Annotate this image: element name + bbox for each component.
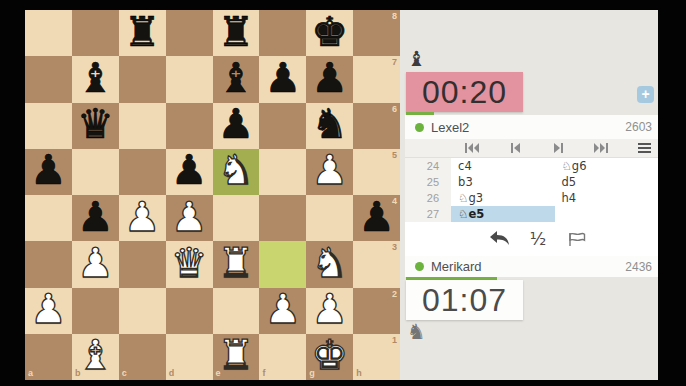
white-pawn[interactable]: ♟	[311, 289, 348, 330]
square-f6[interactable]	[259, 103, 306, 149]
square-e2[interactable]	[213, 288, 260, 334]
square-b1[interactable]: ♝b	[72, 334, 119, 380]
add-time-button[interactable]: +	[637, 86, 654, 103]
square-f8[interactable]	[259, 10, 306, 56]
white-rook[interactable]: ♜	[218, 335, 255, 376]
square-a3[interactable]	[25, 241, 72, 287]
black-pawn[interactable]: ♟	[311, 58, 348, 99]
black-move[interactable]: h4	[555, 190, 658, 206]
square-h7[interactable]: 7	[353, 56, 400, 102]
square-g3[interactable]: ♞	[306, 241, 353, 287]
square-f2[interactable]: ♟	[259, 288, 306, 334]
square-f3[interactable]	[259, 241, 306, 287]
resign-flag-icon[interactable]	[565, 222, 589, 256]
square-c1[interactable]: c	[119, 334, 166, 380]
black-pawn[interactable]: ♟	[218, 104, 255, 145]
online-status-dot	[415, 123, 424, 132]
square-d7[interactable]	[166, 56, 213, 102]
square-e3[interactable]: ♜	[213, 241, 260, 287]
file-label: g	[309, 369, 315, 378]
square-c2[interactable]	[119, 288, 166, 334]
square-h8[interactable]: 8	[353, 10, 400, 56]
black-bishop[interactable]: ♝	[77, 58, 114, 99]
square-b8[interactable]	[72, 10, 119, 56]
top-player-rating: 2603	[625, 120, 652, 134]
file-label: f	[262, 369, 265, 378]
square-h2[interactable]: 2	[353, 288, 400, 334]
move-row: 24c4♘g6	[405, 158, 658, 174]
file-label: h	[356, 369, 362, 378]
square-b5[interactable]	[72, 149, 119, 195]
file-label: d	[169, 369, 175, 378]
captured-bishop-icon: ♝	[407, 49, 426, 70]
black-queen[interactable]: ♛	[77, 104, 114, 145]
online-status-dot	[415, 262, 424, 271]
white-knight[interactable]: ♞	[218, 150, 255, 191]
black-king[interactable]: ♚	[311, 12, 348, 53]
black-pawn[interactable]: ♟	[30, 150, 67, 191]
file-label: a	[28, 369, 33, 378]
square-c6[interactable]	[119, 103, 166, 149]
top-player-clock: 00:20	[406, 72, 523, 112]
game-action-bar: ½	[405, 222, 658, 256]
white-knight[interactable]: ♞	[311, 243, 348, 284]
square-e4[interactable]	[213, 195, 260, 241]
white-rook[interactable]: ♜	[218, 243, 255, 284]
file-label: b	[75, 369, 81, 378]
square-d2[interactable]	[166, 288, 213, 334]
square-h6[interactable]: 6	[353, 103, 400, 149]
previous-move-button[interactable]	[508, 143, 522, 154]
bottom-player-clock: 01:07	[406, 280, 523, 320]
square-a2[interactable]: ♟	[25, 288, 72, 334]
black-knight[interactable]: ♞	[311, 104, 348, 145]
square-h4[interactable]: ♟4	[353, 195, 400, 241]
square-b4[interactable]: ♟	[72, 195, 119, 241]
square-g6[interactable]: ♞	[306, 103, 353, 149]
move-list: 24c4♘g625b3d526♘g3h427♘e5	[405, 158, 658, 222]
go-to-start-button[interactable]	[465, 143, 479, 154]
square-h1[interactable]: 1h	[353, 334, 400, 380]
black-pawn[interactable]: ♟	[171, 150, 208, 191]
letterbox-bar	[0, 380, 686, 386]
square-b2[interactable]	[72, 288, 119, 334]
black-move[interactable]: d5	[555, 174, 658, 190]
square-g2[interactable]: ♟	[306, 288, 353, 334]
square-f5[interactable]	[259, 149, 306, 195]
white-pawn[interactable]: ♟	[311, 150, 348, 191]
black-pawn[interactable]: ♟	[358, 197, 395, 238]
black-pawn[interactable]: ♟	[77, 197, 114, 238]
square-h5[interactable]: 5	[353, 149, 400, 195]
move-number: 27	[405, 206, 451, 222]
square-e6[interactable]: ♟	[213, 103, 260, 149]
menu-icon[interactable]	[637, 143, 651, 154]
go-to-end-button[interactable]	[594, 143, 608, 154]
next-move-button[interactable]	[551, 143, 565, 154]
square-b6[interactable]: ♛	[72, 103, 119, 149]
square-a8[interactable]	[25, 10, 72, 56]
letterbox-bar	[0, 0, 25, 386]
black-rook[interactable]: ♜	[218, 12, 255, 53]
square-c7[interactable]	[119, 56, 166, 102]
letterbox-bar	[0, 0, 686, 10]
square-a7[interactable]	[25, 56, 72, 102]
letterbox-bar	[658, 0, 686, 386]
square-c3[interactable]	[119, 241, 166, 287]
rank-label: 7	[392, 58, 397, 67]
square-d6[interactable]	[166, 103, 213, 149]
move-nav-bar	[405, 139, 658, 158]
square-d4[interactable]: ♟	[166, 195, 213, 241]
square-c5[interactable]	[119, 149, 166, 195]
square-f7[interactable]: ♟	[259, 56, 306, 102]
square-c4[interactable]: ♟	[119, 195, 166, 241]
white-move[interactable]: ♘e5	[451, 206, 554, 222]
square-b3[interactable]: ♟	[72, 241, 119, 287]
black-pawn[interactable]: ♟	[264, 58, 301, 99]
square-h3[interactable]: 3	[353, 241, 400, 287]
draw-offer-button[interactable]: ½	[527, 222, 549, 256]
square-a6[interactable]	[25, 103, 72, 149]
file-label: e	[216, 369, 221, 378]
rank-label: 1	[392, 336, 397, 345]
rank-label: 5	[392, 151, 397, 160]
white-pawn[interactable]: ♟	[264, 289, 301, 330]
square-f1[interactable]: f	[259, 334, 306, 380]
square-g5[interactable]: ♟	[306, 149, 353, 195]
square-d5[interactable]: ♟	[166, 149, 213, 195]
square-b7[interactable]: ♝	[72, 56, 119, 102]
white-pawn[interactable]: ♟	[171, 197, 208, 238]
bottom-player-name: Merikard	[431, 259, 625, 274]
white-bishop[interactable]: ♝	[77, 335, 114, 376]
move-number: 25	[405, 174, 451, 190]
square-a5[interactable]: ♟	[25, 149, 72, 195]
move-row: 27♘e5	[405, 206, 658, 222]
square-d3[interactable]: ♛	[166, 241, 213, 287]
white-king[interactable]: ♚	[311, 335, 348, 376]
black-move[interactable]	[555, 206, 658, 222]
square-g8[interactable]: ♚	[306, 10, 353, 56]
square-e1[interactable]: ♜e	[213, 334, 260, 380]
game-screen: ♜♜♚8♝♝♟♟7♛♟♞6♟♟♞♟5♟♟♟♟4♟♛♜♞3♟♟♟2a♝bcd♜ef…	[0, 0, 686, 386]
rank-label: 2	[392, 290, 397, 299]
square-d8[interactable]	[166, 10, 213, 56]
square-a1[interactable]: a	[25, 334, 72, 380]
top-player-name: Lexel2	[431, 120, 625, 135]
chess-board[interactable]: ♜♜♚8♝♝♟♟7♛♟♞6♟♟♞♟5♟♟♟♟4♟♛♜♞3♟♟♟2a♝bcd♜ef…	[25, 10, 400, 380]
bottom-player-rating: 2436	[625, 260, 652, 274]
square-d1[interactable]: d	[166, 334, 213, 380]
square-f4[interactable]	[259, 195, 306, 241]
square-e7[interactable]: ♝	[213, 56, 260, 102]
black-rook[interactable]: ♜	[124, 12, 161, 53]
takeback-icon[interactable]	[487, 222, 513, 256]
white-move[interactable]: b3	[451, 174, 554, 190]
rank-label: 3	[392, 243, 397, 252]
white-pawn[interactable]: ♟	[77, 243, 114, 284]
rank-label: 6	[392, 105, 397, 114]
black-move[interactable]: ♘g6	[555, 158, 658, 174]
white-pawn[interactable]: ♟	[124, 197, 161, 238]
rank-label: 4	[392, 197, 397, 206]
white-move[interactable]: c4	[451, 158, 554, 174]
square-c8[interactable]: ♜	[119, 10, 166, 56]
top-player-row: Lexel2 2603	[405, 115, 658, 139]
rank-label: 8	[392, 12, 397, 21]
square-e8[interactable]: ♜	[213, 10, 260, 56]
square-g7[interactable]: ♟	[306, 56, 353, 102]
move-number: 26	[405, 190, 451, 206]
square-g1[interactable]: ♚g	[306, 334, 353, 380]
white-move[interactable]: ♘g3	[451, 190, 554, 206]
white-queen[interactable]: ♛	[171, 243, 208, 284]
file-label: c	[122, 369, 127, 378]
square-g4[interactable]	[306, 195, 353, 241]
move-row: 25b3d5	[405, 174, 658, 190]
move-number: 24	[405, 158, 451, 174]
black-bishop[interactable]: ♝	[218, 58, 255, 99]
bottom-player-row: Merikard 2436	[405, 256, 658, 277]
square-e5[interactable]: ♞	[213, 149, 260, 195]
white-pawn[interactable]: ♟	[30, 289, 67, 330]
captured-knight-icon: ♞	[407, 322, 426, 343]
square-a4[interactable]	[25, 195, 72, 241]
move-row: 26♘g3h4	[405, 190, 658, 206]
